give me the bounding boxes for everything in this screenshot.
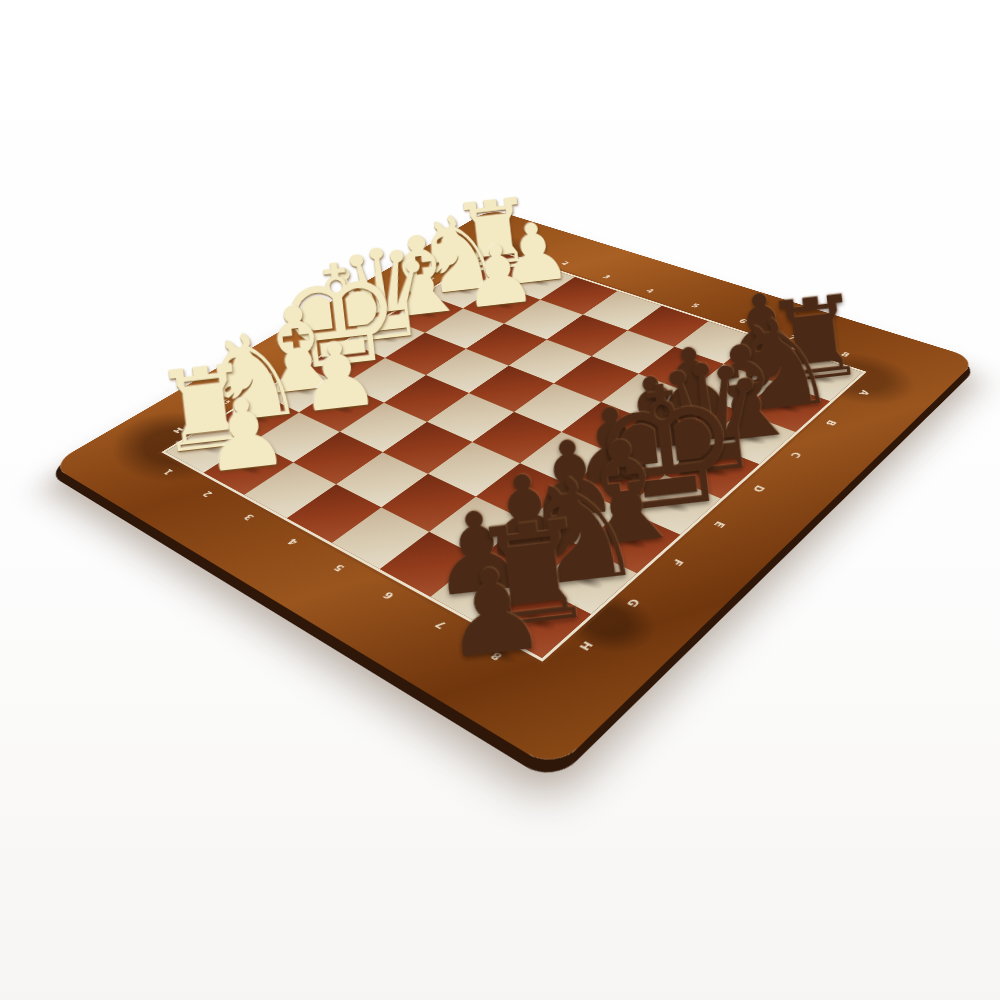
file-label-f: F	[637, 539, 719, 587]
chess-board: 12345678 12345678 ABCDEFGH ABCDEFGH ♜♟♟♜…	[50, 209, 977, 770]
square-e4[interactable]	[427, 393, 514, 442]
